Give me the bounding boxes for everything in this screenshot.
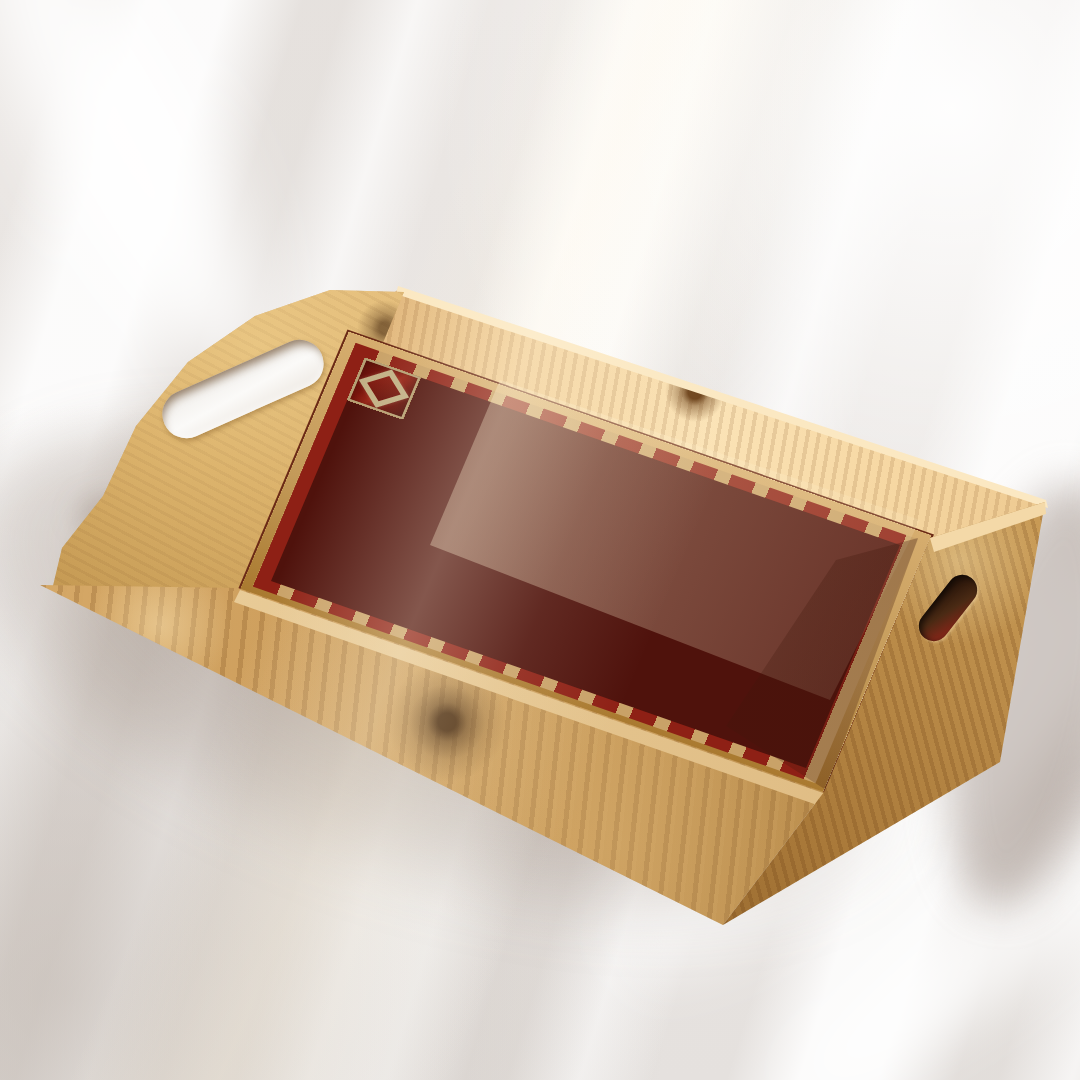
scene [0, 0, 1080, 1080]
diamond-inlay [359, 370, 409, 408]
